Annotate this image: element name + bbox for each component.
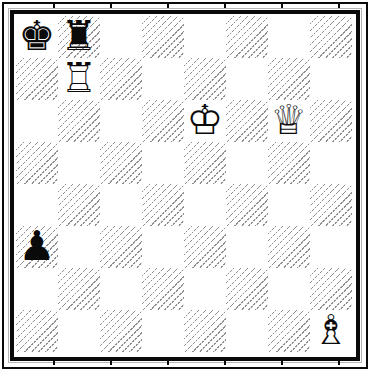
white-queen: ♕ [271, 99, 308, 141]
square-a6[interactable] [16, 100, 58, 142]
square-c7[interactable] [100, 58, 142, 100]
square-g3[interactable] [268, 226, 310, 268]
square-h4[interactable] [310, 184, 352, 226]
frame-tick [110, 361, 112, 365]
white-rook: ♖ [61, 57, 98, 99]
square-c2[interactable] [100, 268, 142, 310]
square-d7[interactable] [142, 58, 184, 100]
square-g1[interactable] [268, 310, 310, 352]
square-h8[interactable] [310, 16, 352, 58]
square-b3[interactable] [58, 226, 100, 268]
frame-tick [281, 361, 283, 365]
square-h5[interactable] [310, 142, 352, 184]
square-g7[interactable] [268, 58, 310, 100]
square-e1[interactable] [184, 310, 226, 352]
square-g2[interactable] [268, 268, 310, 310]
square-b1[interactable] [58, 310, 100, 352]
square-f6[interactable] [226, 100, 268, 142]
square-a5[interactable] [16, 142, 58, 184]
square-g5[interactable] [268, 142, 310, 184]
frame-tick [167, 361, 169, 365]
square-e7[interactable] [184, 58, 226, 100]
square-b5[interactable] [58, 142, 100, 184]
frame-tick [338, 361, 340, 365]
square-h6[interactable] [310, 100, 352, 142]
square-d8[interactable] [142, 16, 184, 58]
square-b4[interactable] [58, 184, 100, 226]
square-e6[interactable]: ♔ [184, 100, 226, 142]
frame-tick [224, 4, 226, 8]
square-b6[interactable] [58, 100, 100, 142]
square-e3[interactable] [184, 226, 226, 268]
square-f4[interactable] [226, 184, 268, 226]
square-f8[interactable] [226, 16, 268, 58]
square-a3[interactable]: ♟ [16, 226, 58, 268]
square-c8[interactable] [100, 16, 142, 58]
frame-tick [338, 4, 340, 8]
square-f3[interactable] [226, 226, 268, 268]
frame-tick [53, 361, 55, 365]
black-pawn: ♟ [19, 225, 56, 267]
square-a4[interactable] [16, 184, 58, 226]
square-g8[interactable] [268, 16, 310, 58]
white-bishop: ♗ [313, 309, 350, 351]
square-a2[interactable] [16, 268, 58, 310]
chess-board: ♚♜♖♔♕♟♗ [16, 16, 352, 352]
square-f7[interactable] [226, 58, 268, 100]
square-d6[interactable] [142, 100, 184, 142]
square-a7[interactable] [16, 58, 58, 100]
square-d1[interactable] [142, 310, 184, 352]
square-h1[interactable]: ♗ [310, 310, 352, 352]
square-d5[interactable] [142, 142, 184, 184]
square-d4[interactable] [142, 184, 184, 226]
square-c6[interactable] [100, 100, 142, 142]
square-c3[interactable] [100, 226, 142, 268]
square-g6[interactable]: ♕ [268, 100, 310, 142]
square-e5[interactable] [184, 142, 226, 184]
black-king: ♚ [19, 15, 56, 57]
frame-tick [224, 361, 226, 365]
square-a1[interactable] [16, 310, 58, 352]
frame-tick [53, 4, 55, 8]
square-f2[interactable] [226, 268, 268, 310]
square-c4[interactable] [100, 184, 142, 226]
frame-tick [110, 4, 112, 8]
square-g4[interactable] [268, 184, 310, 226]
chess-diagram: ♚♜♖♔♕♟♗ [0, 0, 370, 371]
square-h7[interactable] [310, 58, 352, 100]
square-e8[interactable] [184, 16, 226, 58]
square-b7[interactable]: ♖ [58, 58, 100, 100]
square-h3[interactable] [310, 226, 352, 268]
square-c1[interactable] [100, 310, 142, 352]
black-rook: ♜ [61, 15, 98, 57]
square-h2[interactable] [310, 268, 352, 310]
frame-tick [167, 4, 169, 8]
square-d2[interactable] [142, 268, 184, 310]
square-b8[interactable]: ♜ [58, 16, 100, 58]
square-e4[interactable] [184, 184, 226, 226]
frame-tick [281, 4, 283, 8]
white-king: ♔ [187, 99, 224, 141]
square-d3[interactable] [142, 226, 184, 268]
square-b2[interactable] [58, 268, 100, 310]
square-f1[interactable] [226, 310, 268, 352]
square-f5[interactable] [226, 142, 268, 184]
square-a8[interactable]: ♚ [16, 16, 58, 58]
square-e2[interactable] [184, 268, 226, 310]
square-c5[interactable] [100, 142, 142, 184]
